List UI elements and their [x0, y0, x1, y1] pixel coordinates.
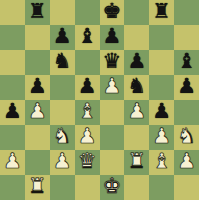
square-h5[interactable]: ♟ — [174, 75, 199, 100]
square-b6[interactable] — [25, 50, 50, 75]
square-e2[interactable] — [100, 150, 125, 175]
square-a6[interactable] — [0, 50, 25, 75]
square-a2[interactable]: ♟ — [0, 150, 25, 175]
square-a1[interactable] — [0, 175, 25, 200]
square-e6[interactable]: ♛ — [100, 50, 125, 75]
black-bishop[interactable]: ♝ — [177, 51, 196, 72]
square-d7[interactable]: ♝ — [75, 25, 100, 50]
square-b7[interactable] — [25, 25, 50, 50]
square-c7[interactable]: ♟ — [50, 25, 75, 50]
square-h6[interactable]: ♝ — [174, 50, 199, 75]
white-rook[interactable]: ♜ — [28, 176, 47, 197]
square-g6[interactable] — [149, 50, 174, 75]
white-bishop[interactable]: ♝ — [78, 101, 97, 122]
square-a7[interactable] — [0, 25, 25, 50]
white-knight[interactable]: ♞ — [53, 126, 72, 147]
square-b2[interactable] — [25, 150, 50, 175]
white-rook[interactable]: ♜ — [127, 151, 146, 172]
white-pawn[interactable]: ♟ — [53, 151, 72, 172]
square-h3[interactable]: ♞ — [174, 125, 199, 150]
black-knight[interactable]: ♞ — [53, 51, 72, 72]
square-f3[interactable] — [124, 125, 149, 150]
square-e3[interactable] — [100, 125, 125, 150]
black-rook[interactable]: ♜ — [152, 1, 171, 22]
square-b3[interactable] — [25, 125, 50, 150]
square-c2[interactable]: ♟ — [50, 150, 75, 175]
square-c3[interactable]: ♞ — [50, 125, 75, 150]
square-c4[interactable] — [50, 100, 75, 125]
square-a4[interactable]: ♟ — [0, 100, 25, 125]
square-g5[interactable] — [149, 75, 174, 100]
square-e7[interactable]: ♟ — [100, 25, 125, 50]
white-pawn[interactable]: ♟ — [177, 151, 196, 172]
white-king[interactable]: ♚ — [103, 176, 122, 197]
square-g1[interactable] — [149, 175, 174, 200]
square-b5[interactable]: ♟ — [25, 75, 50, 100]
square-e1[interactable]: ♚ — [100, 175, 125, 200]
black-pawn[interactable]: ♟ — [127, 51, 146, 72]
black-pawn[interactable]: ♟ — [28, 76, 47, 97]
square-g2[interactable]: ♝ — [149, 150, 174, 175]
square-f2[interactable]: ♜ — [124, 150, 149, 175]
square-f1[interactable] — [124, 175, 149, 200]
square-b8[interactable]: ♜ — [25, 0, 50, 25]
square-c5[interactable] — [50, 75, 75, 100]
square-a5[interactable] — [0, 75, 25, 100]
square-d1[interactable] — [75, 175, 100, 200]
black-pawn[interactable]: ♟ — [177, 76, 196, 97]
square-g3[interactable]: ♟ — [149, 125, 174, 150]
black-pawn[interactable]: ♟ — [152, 101, 171, 122]
square-b1[interactable]: ♜ — [25, 175, 50, 200]
black-pawn[interactable]: ♟ — [103, 26, 122, 47]
black-pawn[interactable]: ♟ — [3, 101, 22, 122]
square-e4[interactable] — [100, 100, 125, 125]
square-h8[interactable] — [174, 0, 199, 25]
square-e5[interactable]: ♟ — [100, 75, 125, 100]
square-c6[interactable]: ♞ — [50, 50, 75, 75]
white-knight[interactable]: ♞ — [177, 126, 196, 147]
square-b4[interactable]: ♟ — [25, 100, 50, 125]
black-pawn[interactable]: ♟ — [53, 26, 72, 47]
black-bishop[interactable]: ♝ — [78, 26, 97, 47]
square-h7[interactable] — [174, 25, 199, 50]
square-h2[interactable]: ♟ — [174, 150, 199, 175]
square-g7[interactable] — [149, 25, 174, 50]
square-f4[interactable]: ♟ — [124, 100, 149, 125]
white-pawn[interactable]: ♟ — [28, 101, 47, 122]
square-c1[interactable] — [50, 175, 75, 200]
square-d8[interactable] — [75, 0, 100, 25]
white-pawn[interactable]: ♟ — [103, 76, 122, 97]
black-rook[interactable]: ♜ — [28, 1, 47, 22]
square-f7[interactable] — [124, 25, 149, 50]
black-pawn[interactable]: ♟ — [78, 76, 97, 97]
square-h1[interactable] — [174, 175, 199, 200]
white-queen[interactable]: ♛ — [78, 151, 97, 172]
square-g8[interactable]: ♜ — [149, 0, 174, 25]
square-e8[interactable]: ♚ — [100, 0, 125, 25]
chess-board: ♜♚♜♟♝♟♞♛♟♝♟♟♟♞♟♟♟♝♟♟♞♟♟♞♟♟♛♜♝♟♜♚ — [0, 0, 199, 200]
white-pawn[interactable]: ♟ — [3, 151, 22, 172]
square-d3[interactable]: ♟ — [75, 125, 100, 150]
square-d5[interactable]: ♟ — [75, 75, 100, 100]
black-king[interactable]: ♚ — [103, 1, 122, 22]
black-queen[interactable]: ♛ — [103, 51, 122, 72]
square-f5[interactable]: ♞ — [124, 75, 149, 100]
square-f6[interactable]: ♟ — [124, 50, 149, 75]
white-pawn[interactable]: ♟ — [78, 126, 97, 147]
square-a3[interactable] — [0, 125, 25, 150]
square-h4[interactable] — [174, 100, 199, 125]
square-c8[interactable] — [50, 0, 75, 25]
square-d6[interactable] — [75, 50, 100, 75]
square-d2[interactable]: ♛ — [75, 150, 100, 175]
square-f8[interactable] — [124, 0, 149, 25]
black-knight[interactable]: ♞ — [127, 76, 146, 97]
square-a8[interactable] — [0, 0, 25, 25]
white-bishop[interactable]: ♝ — [152, 151, 171, 172]
square-g4[interactable]: ♟ — [149, 100, 174, 125]
square-d4[interactable]: ♝ — [75, 100, 100, 125]
white-pawn[interactable]: ♟ — [152, 126, 171, 147]
white-pawn[interactable]: ♟ — [127, 101, 146, 122]
